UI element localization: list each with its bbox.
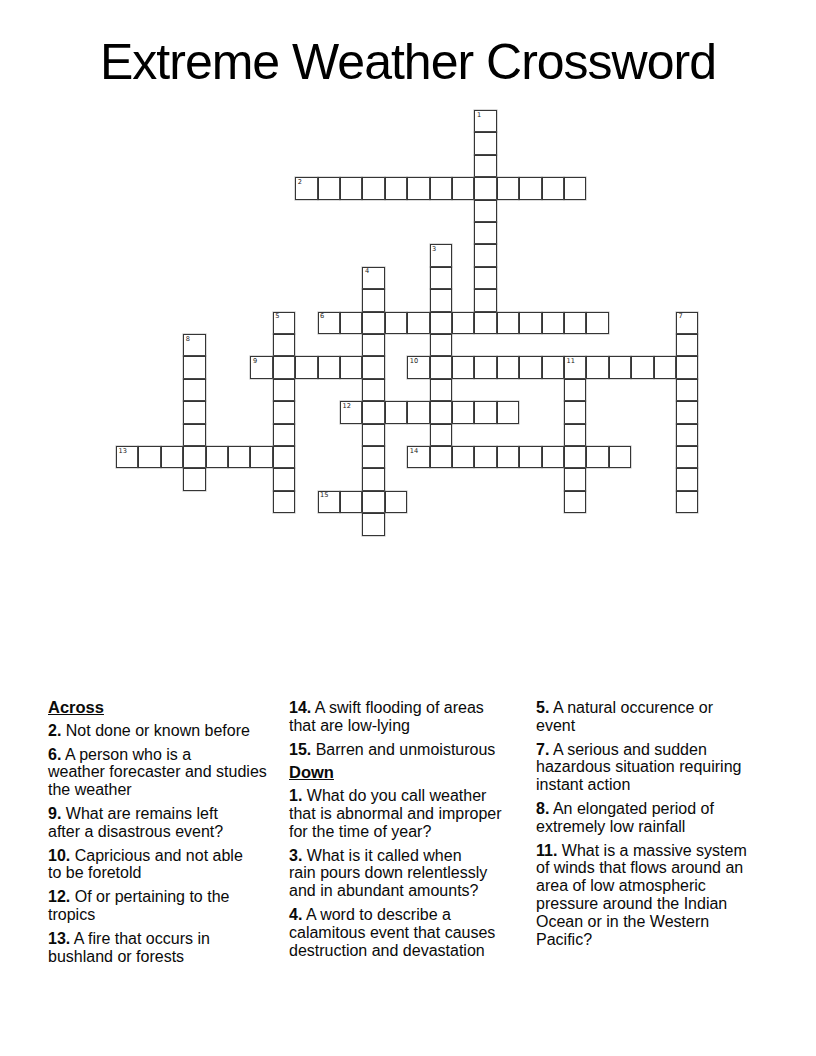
grid-cell[interactable]: 1 (474, 110, 496, 132)
grid-cell[interactable] (183, 401, 205, 423)
grid-cell[interactable]: 10 (407, 356, 429, 378)
grid-cell[interactable] (676, 356, 698, 378)
clue: 7. A serious and sudden hazardous situat… (536, 741, 769, 794)
grid-cell[interactable] (273, 468, 295, 490)
cell-number: 7 (679, 313, 683, 320)
cell-number: 11 (567, 358, 575, 365)
grid-cell[interactable] (273, 491, 295, 513)
grid-cell[interactable] (564, 312, 586, 334)
clue: 3. What is it called when rain pours dow… (289, 847, 530, 900)
clue-text: What is a massive system of winds that f… (536, 842, 747, 948)
clue-text: What do you call weather that is abnorma… (289, 787, 502, 840)
cell-number: 2 (298, 179, 302, 186)
cell-number: 5 (275, 313, 279, 320)
grid-cell[interactable] (183, 356, 205, 378)
grid-cell[interactable] (474, 222, 496, 244)
grid-cell[interactable]: 6 (318, 312, 340, 334)
clue-number: 6. (48, 746, 61, 763)
grid-cell[interactable] (273, 334, 295, 356)
grid-cell[interactable] (586, 356, 608, 378)
grid-cell[interactable] (250, 446, 272, 468)
grid-cell[interactable] (340, 312, 362, 334)
cell-number: 13 (119, 448, 127, 455)
grid-cell[interactable] (497, 446, 519, 468)
cell-number: 4 (365, 268, 369, 275)
clue: 5. A natural occurence or event (536, 699, 769, 735)
cell-number: 8 (186, 336, 190, 343)
grid-cell[interactable] (161, 446, 183, 468)
grid-cell[interactable] (474, 200, 496, 222)
grid-cell[interactable] (542, 356, 564, 378)
clue: 4. A word to describe a calamitous event… (289, 906, 530, 959)
grid-cell[interactable] (474, 267, 496, 289)
grid-cell[interactable] (183, 424, 205, 446)
grid-cell[interactable] (138, 446, 160, 468)
grid-cell[interactable] (564, 468, 586, 490)
grid-cell[interactable] (385, 312, 407, 334)
grid-cell[interactable] (407, 401, 429, 423)
grid-cell[interactable] (430, 267, 452, 289)
clue: 14. A swift flooding of areas that are l… (289, 699, 530, 735)
down-heading: Down (289, 764, 530, 782)
grid-cell[interactable] (676, 401, 698, 423)
grid-cell[interactable] (609, 446, 631, 468)
grid-cell[interactable] (452, 401, 474, 423)
clue-text: Capricious and not able to be foretold (48, 847, 243, 882)
cell-number: 15 (320, 492, 328, 499)
grid-cell[interactable]: 5 (273, 312, 295, 334)
grid-cell[interactable] (676, 446, 698, 468)
grid-cell[interactable] (362, 424, 384, 446)
grid-cell[interactable] (206, 446, 228, 468)
cell-number: 12 (343, 403, 351, 410)
grid-cell[interactable] (430, 379, 452, 401)
grid-cell[interactable]: 2 (295, 177, 317, 199)
grid-cell[interactable] (430, 446, 452, 468)
grid-cell[interactable] (452, 356, 474, 378)
grid-cell[interactable] (362, 513, 384, 535)
cell-number: 9 (253, 358, 257, 365)
grid-cell[interactable] (362, 491, 384, 513)
grid-cell[interactable] (340, 491, 362, 513)
clue-column-left: Across2. Not done or known before6. A pe… (48, 699, 291, 971)
grid-cell[interactable] (452, 312, 474, 334)
grid-cell[interactable] (676, 424, 698, 446)
grid-cell[interactable] (362, 334, 384, 356)
grid-cell[interactable] (676, 491, 698, 513)
grid-cell[interactable] (497, 312, 519, 334)
grid-cell[interactable] (407, 312, 429, 334)
grid-cell[interactable] (676, 379, 698, 401)
grid-cell[interactable] (474, 312, 496, 334)
grid-cell[interactable] (430, 177, 452, 199)
grid-cell[interactable] (183, 379, 205, 401)
grid-cell[interactable] (362, 446, 384, 468)
clue-text: A fire that occurs in bushland or forest… (48, 930, 210, 965)
grid-cell[interactable] (497, 401, 519, 423)
grid-cell[interactable]: 12 (340, 401, 362, 423)
clue-text: A swift flooding of areas that are low-l… (289, 699, 484, 734)
clue-number: 3. (289, 847, 302, 864)
clue-number: 15. (289, 741, 311, 758)
grid-cell[interactable] (385, 401, 407, 423)
grid-cell[interactable] (519, 446, 541, 468)
clue: 11. What is a massive system of winds th… (536, 842, 769, 949)
grid-cell[interactable] (497, 177, 519, 199)
grid-cell[interactable] (631, 356, 653, 378)
grid-cell[interactable] (318, 356, 340, 378)
grid-cell[interactable] (474, 446, 496, 468)
grid-cell[interactable] (340, 177, 362, 199)
grid-cell[interactable] (564, 491, 586, 513)
grid-cell[interactable] (474, 155, 496, 177)
clue-number: 2. (48, 722, 61, 739)
grid-cell[interactable] (430, 289, 452, 311)
grid-cell[interactable] (586, 446, 608, 468)
grid-cell[interactable] (430, 334, 452, 356)
grid-cell[interactable] (564, 424, 586, 446)
grid-cell[interactable] (318, 177, 340, 199)
grid-cell[interactable] (362, 379, 384, 401)
clue-number: 8. (536, 800, 549, 817)
grid-cell[interactable] (362, 401, 384, 423)
grid-cell[interactable] (430, 312, 452, 334)
grid-cell[interactable] (430, 356, 452, 378)
grid-cell[interactable] (340, 356, 362, 378)
grid-cell[interactable] (542, 446, 564, 468)
grid-cell[interactable] (519, 312, 541, 334)
grid-cell[interactable] (228, 446, 250, 468)
clue-text: A natural occurence or event (536, 699, 713, 734)
cell-number: 10 (410, 358, 418, 365)
grid-cell[interactable] (452, 446, 474, 468)
clue-number: 13. (48, 930, 70, 947)
clue-number: 12. (48, 888, 70, 905)
clue-column-right: 5. A natural occurence or event7. A seri… (536, 699, 769, 954)
clue-number: 7. (536, 741, 549, 758)
page-title: Extreme Weather Crossword (0, 33, 816, 91)
cell-number: 3 (432, 246, 436, 253)
clue-text: What are remains left after a disastrous… (48, 805, 223, 840)
grid-cell[interactable] (474, 244, 496, 266)
grid-cell[interactable] (654, 356, 676, 378)
clue-number: 10. (48, 847, 70, 864)
grid-cell[interactable] (362, 468, 384, 490)
clue-number: 14. (289, 699, 311, 716)
clue-text: Of or pertaining to the tropics (48, 888, 229, 923)
grid-cell[interactable]: 14 (407, 446, 429, 468)
grid-cell[interactable] (407, 177, 429, 199)
grid-cell[interactable] (273, 446, 295, 468)
grid-cell[interactable]: 11 (564, 356, 586, 378)
grid-cell[interactable] (362, 177, 384, 199)
cell-number: 14 (410, 448, 418, 455)
grid-cell[interactable] (362, 356, 384, 378)
grid-cell[interactable]: 3 (430, 244, 452, 266)
clue-text: An elongated period of extremely low rai… (536, 800, 714, 835)
clue: 1. What do you call weather that is abno… (289, 787, 530, 840)
clue: 10. Capricious and not able to be foreto… (48, 847, 291, 883)
grid-cell[interactable] (609, 356, 631, 378)
clue-text: A person who is a weather forecaster and… (48, 746, 267, 799)
grid-cell[interactable] (564, 177, 586, 199)
grid-cell[interactable] (542, 177, 564, 199)
clue-number: 4. (289, 906, 302, 923)
clue-text: A word to describe a calamitous event th… (289, 906, 495, 959)
clue: 6. A person who is a weather forecaster … (48, 746, 291, 799)
grid-cell[interactable] (497, 356, 519, 378)
grid-cell[interactable] (542, 312, 564, 334)
grid-cell[interactable] (474, 401, 496, 423)
clue-text: What is it called when rain pours down r… (289, 847, 487, 900)
grid-cell[interactable] (362, 289, 384, 311)
clue: 9. What are remains left after a disastr… (48, 805, 291, 841)
clue: 13. A fire that occurs in bushland or fo… (48, 930, 291, 966)
grid-cell[interactable] (519, 356, 541, 378)
clue-number: 1. (289, 787, 302, 804)
grid-cell[interactable] (676, 468, 698, 490)
clue-number: 5. (536, 699, 549, 716)
grid-cell[interactable] (452, 177, 474, 199)
grid-cell[interactable] (430, 401, 452, 423)
clue-text: Not done or known before (61, 722, 250, 739)
grid-cell[interactable]: 8 (183, 334, 205, 356)
grid-cell[interactable] (273, 379, 295, 401)
grid-cell[interactable] (295, 356, 317, 378)
grid-cell[interactable] (519, 177, 541, 199)
grid-cell[interactable] (676, 334, 698, 356)
grid-cell[interactable] (474, 356, 496, 378)
clue-number: 11. (536, 842, 557, 859)
grid-cell[interactable]: 15 (318, 491, 340, 513)
grid-cell[interactable] (586, 312, 608, 334)
grid-cell[interactable] (474, 289, 496, 311)
grid-cell[interactable]: 13 (116, 446, 138, 468)
grid-cell[interactable] (273, 356, 295, 378)
grid-cell[interactable] (183, 468, 205, 490)
grid-cell[interactable]: 9 (250, 356, 272, 378)
clue-text: A serious and sudden hazardous situation… (536, 741, 741, 794)
grid-cell[interactable] (430, 424, 452, 446)
cell-number: 1 (477, 112, 481, 119)
grid-cell[interactable] (385, 177, 407, 199)
grid-cell[interactable] (183, 446, 205, 468)
grid-cell[interactable]: 4 (362, 267, 384, 289)
cell-number: 6 (320, 313, 324, 320)
grid-cell[interactable] (385, 491, 407, 513)
grid-cell[interactable] (273, 401, 295, 423)
clue: 8. An elongated period of extremely low … (536, 800, 769, 836)
clue-text: Barren and unmoisturous (311, 741, 495, 758)
grid-cell[interactable] (564, 379, 586, 401)
grid-cell[interactable] (362, 312, 384, 334)
clue-number: 9. (48, 805, 61, 822)
grid-cell[interactable]: 7 (676, 312, 698, 334)
grid-cell[interactable] (474, 132, 496, 154)
clue: 12. Of or pertaining to the tropics (48, 888, 291, 924)
grid-cell[interactable] (564, 446, 586, 468)
clue-column-middle: 14. A swift flooding of areas that are l… (289, 699, 530, 965)
clue: 15. Barren and unmoisturous (289, 741, 530, 759)
clue: 2. Not done or known before (48, 722, 291, 740)
grid-cell[interactable] (474, 177, 496, 199)
grid-cell[interactable] (564, 401, 586, 423)
grid-cell[interactable] (273, 424, 295, 446)
across-heading: Across (48, 699, 291, 717)
